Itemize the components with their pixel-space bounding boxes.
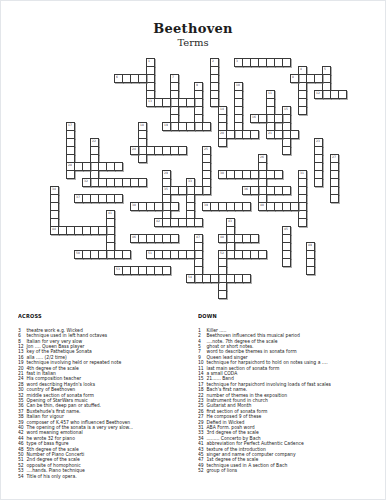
- grid-cell[interactable]: [138, 154, 147, 163]
- grid-cell[interactable]: [194, 186, 203, 195]
- grid-cell[interactable]: [274, 130, 283, 139]
- grid-cell[interactable]: [298, 106, 307, 115]
- grid-cell[interactable]: [114, 194, 123, 203]
- down-clue-text: texture of the introduction: [207, 446, 266, 451]
- down-clue-text: a small CODA: [207, 371, 238, 376]
- cell-number: 26: [260, 155, 264, 158]
- across-clue-text: technique involving held or repeated not…: [27, 360, 122, 365]
- cell-number: 43: [228, 219, 232, 222]
- across-clue-text: 2nd degree of the scale: [27, 457, 80, 462]
- grid-cell[interactable]: [154, 202, 163, 211]
- cell-number: 30: [220, 171, 224, 174]
- across-clue-text: key of the Pathetique Sonata: [27, 349, 92, 354]
- down-clue-text: ghost or short notes.: [207, 344, 254, 349]
- down-clue-text: last main section of sonata form: [207, 365, 280, 370]
- cell-number: 50: [76, 251, 80, 254]
- across-clue-text: Italian for very very slow: [27, 338, 83, 343]
- cell-number: 44: [52, 227, 56, 230]
- grid-cell[interactable]: [250, 234, 259, 243]
- cell-number: 22: [92, 139, 96, 142]
- grid-cell[interactable]: [226, 130, 235, 139]
- across-clue-text: fast in Italian: [27, 371, 56, 376]
- across-clue-text: type of bass figure: [27, 441, 69, 446]
- grid-cell[interactable]: [98, 250, 107, 259]
- cell-number: 1: [148, 59, 150, 62]
- grid-cell[interactable]: [202, 186, 211, 195]
- down-clue-text: 3rd degree of the scale: [207, 430, 259, 435]
- down-clue-number: 52: [198, 468, 207, 473]
- cell-number: 29: [164, 171, 168, 174]
- across-clue-text: Number of Piano Concerti: [27, 452, 85, 457]
- across-clue-text: ....hands. Piano technique: [27, 468, 85, 473]
- down-clue-text: Beethoven influenced this musical period: [207, 333, 300, 338]
- grid-cell[interactable]: [258, 114, 267, 123]
- grid-cell[interactable]: [170, 202, 179, 211]
- grid-cell[interactable]: [138, 74, 147, 83]
- grid-cell[interactable]: [114, 162, 123, 171]
- cell-number: 3: [236, 59, 238, 62]
- cell-number: 24: [132, 147, 136, 150]
- across-clue-text: alla ..... (2/2 time): [27, 354, 67, 359]
- down-clue-text: Queen lead singer: [207, 354, 248, 359]
- grid-cell[interactable]: [258, 250, 267, 259]
- grid-cell[interactable]: [162, 98, 171, 107]
- down-clue-text: 21...... Band: [207, 376, 234, 381]
- crossword-grid[interactable]: 1132345678910112112142015161728181922232…: [34, 58, 356, 300]
- down-clue-text: Bach's first name.: [207, 387, 248, 392]
- across-clue-text: word describing Haydn's looks: [27, 381, 96, 386]
- grid-cell[interactable]: [274, 114, 283, 123]
- cell-number: 6: [116, 75, 118, 78]
- grid-cell[interactable]: [186, 250, 195, 259]
- grid-cell[interactable]: [202, 122, 211, 131]
- cell-number: 49: [308, 243, 312, 246]
- page-subtitle: Terms: [1, 37, 385, 48]
- across-clue-text: 5th degree of the scale: [27, 446, 79, 451]
- down-clue-text: Killer .....: [207, 328, 227, 333]
- across-clue-text: country of Beethoven: [27, 387, 76, 392]
- cell-number: 11: [268, 91, 272, 94]
- cell-number: 25: [204, 147, 208, 150]
- across-clue-text: Jon .... Queen Bass player: [27, 344, 85, 349]
- across-clue-text: opposite of homophonic: [27, 462, 81, 467]
- grid-cell[interactable]: [186, 122, 195, 131]
- cell-number: 7: [172, 75, 174, 78]
- across-clue-text: The opening of the sonata is a very very…: [27, 425, 134, 430]
- grid-cell[interactable]: [338, 90, 347, 99]
- down-clue-text: Guitarist and Month: [207, 403, 252, 408]
- grid-cell[interactable]: [242, 274, 251, 283]
- grid-cell[interactable]: 24: [130, 146, 139, 155]
- cell-number: 51: [148, 251, 152, 254]
- grid-cell[interactable]: [282, 258, 291, 267]
- grid-cell[interactable]: [242, 202, 251, 211]
- cell-number: 35: [164, 187, 168, 190]
- across-clue-text: His composition teacher: [27, 376, 82, 381]
- down-clue-text: technique for harpsichord involving load…: [207, 381, 331, 386]
- across-clue-text: technique used in left hand octaves: [27, 333, 108, 338]
- down-clue-text: Defied in Wicked: [207, 419, 245, 424]
- grid-cell[interactable]: [290, 202, 299, 211]
- grid-cell[interactable]: 54: [186, 274, 195, 283]
- down-clue-text: word to describe themes in sonata form: [207, 349, 297, 354]
- down-clues-section: DOWN 1Killer .....2Beethoven influenced …: [198, 313, 386, 500]
- cell-number: 32: [84, 179, 88, 182]
- grid-cell[interactable]: 8: [290, 74, 299, 83]
- down-clue-text: abbreviation for Perfect Authentic Caden…: [207, 441, 304, 446]
- cell-number: 27: [332, 155, 336, 158]
- grid-cell[interactable]: [282, 146, 291, 155]
- cell-number: 38: [132, 203, 136, 206]
- grid-cell[interactable]: [314, 178, 323, 187]
- across-clue-text: Opening of StarWars music: [27, 398, 88, 403]
- cell-number: 17: [68, 123, 72, 126]
- across-clue-list: 3theatre work e.g. Wicked6technique used…: [18, 328, 196, 479]
- across-clue-text: middle section of sonata form: [27, 392, 94, 397]
- cell-number: 33: [188, 179, 192, 182]
- cell-number: 15: [284, 107, 288, 110]
- cell-number: 12: [316, 91, 320, 94]
- across-clue-text: Can be thin, deep pan or stuffed.: [27, 403, 102, 408]
- cell-number: 28: [68, 163, 72, 166]
- across-clue-text: he wrote 32 for piano: [27, 435, 75, 440]
- grid-cell[interactable]: [122, 250, 131, 259]
- cell-number: 9: [196, 83, 198, 86]
- grid-cell[interactable]: [170, 234, 179, 243]
- down-clue-text: number of themes in the exposition: [207, 392, 288, 397]
- grid-cell[interactable]: [218, 290, 227, 299]
- cell-number: 23: [316, 139, 320, 142]
- down-clue-text: first section of sonata form: [207, 408, 268, 413]
- grid-cell[interactable]: [162, 266, 171, 275]
- cell-number: 14: [220, 107, 224, 110]
- worksheet-page: Beethoven Terms 113234567891011211214201…: [0, 0, 386, 500]
- across-clue-text: composer of K.457 who influenced Beethov…: [27, 419, 131, 424]
- grid-cell[interactable]: [178, 146, 187, 155]
- cell-number: 18: [140, 123, 144, 126]
- down-clue: 52group of lions: [198, 468, 376, 473]
- grid-cell[interactable]: 12: [314, 90, 323, 99]
- grid-cell[interactable]: [330, 194, 339, 203]
- grid-cell[interactable]: [186, 98, 195, 107]
- cell-number: 52: [220, 251, 224, 254]
- cell-number: 45: [284, 227, 288, 230]
- across-clue-text: Title of his only opera.: [27, 473, 77, 478]
- grid-cell[interactable]: 32: [82, 178, 91, 187]
- down-clue-list: 1Killer .....2Beethoven influenced this …: [198, 328, 376, 474]
- cell-number: 40: [260, 203, 264, 206]
- down-clue-text: group of lions: [207, 468, 238, 473]
- across-clue-number: 54: [18, 473, 27, 478]
- cell-number: 36: [244, 187, 248, 190]
- across-header: ACROSS: [18, 313, 196, 319]
- across-clue-text: theatre work e.g. Wicked: [27, 328, 83, 333]
- grid-cell[interactable]: [98, 226, 107, 235]
- down-clue-text: 1st degree of the scale: [207, 457, 259, 462]
- cell-number: 4: [300, 67, 302, 70]
- grid-cell[interactable]: [250, 170, 259, 179]
- cell-number: 31: [300, 171, 304, 174]
- grid-cell[interactable]: [290, 130, 299, 139]
- grid-cell[interactable]: [314, 74, 323, 83]
- down-header: DOWN: [198, 313, 376, 319]
- grid-cell[interactable]: [274, 170, 283, 179]
- across-clue-text: Buxtehude's first name.: [27, 408, 81, 413]
- cell-number: 19: [164, 123, 168, 126]
- down-clue-text: technique for harpsichord to hold on not…: [207, 360, 328, 365]
- across-clue-text: Italian for vigour: [27, 414, 64, 419]
- grid-cell[interactable]: [194, 218, 203, 227]
- grid-cell[interactable]: [250, 186, 259, 195]
- cell-number: 8: [292, 75, 294, 78]
- cell-number: 10: [236, 83, 240, 86]
- grid-cell[interactable]: [138, 178, 147, 187]
- down-clue-text: singer and name of computer company: [207, 452, 296, 457]
- grid-cell[interactable]: [82, 162, 91, 171]
- page-title: Beethoven: [1, 21, 385, 36]
- cell-number: 42: [156, 219, 160, 222]
- cell-number: 41: [108, 211, 112, 214]
- cell-number: 16: [252, 115, 256, 118]
- grid-cell[interactable]: [282, 58, 291, 67]
- down-clue-text: He composed 9 of these: [207, 414, 262, 419]
- grid-cell[interactable]: 48: [218, 234, 227, 243]
- cell-number: 34: [52, 187, 56, 190]
- down-clue-text: ......... Concerto by Bach: [207, 435, 261, 440]
- grid-cell[interactable]: [250, 130, 259, 139]
- across-clue: 54Title of his only opera.: [18, 473, 196, 478]
- grid-cell[interactable]: 19: [162, 122, 171, 131]
- grid-cell[interactable]: [178, 186, 187, 195]
- grid-cell[interactable]: [66, 170, 75, 179]
- cell-number: 53: [116, 267, 120, 270]
- grid-cell[interactable]: [218, 138, 227, 147]
- cell-number: 20: [220, 131, 224, 134]
- grid-cell[interactable]: [298, 218, 307, 227]
- down-clue-text: ....note. 7th degree of the scale: [207, 338, 278, 343]
- cell-number: 21: [268, 131, 272, 134]
- grid-cell[interactable]: [306, 266, 315, 275]
- cell-number: 2: [212, 59, 214, 62]
- cell-number: 13: [148, 99, 152, 102]
- cell-number: 54: [188, 275, 192, 278]
- cell-number: 48: [220, 235, 224, 238]
- cell-number: 5: [324, 67, 326, 70]
- down-clue-text: technique used in A section of Bach: [207, 462, 288, 467]
- cell-number: 47: [196, 235, 200, 238]
- title-block: Beethoven Terms: [1, 21, 385, 48]
- grid-cell[interactable]: [282, 186, 291, 195]
- cell-number: 39: [204, 203, 208, 206]
- grid-cell[interactable]: [210, 274, 219, 283]
- down-clue-text: Instrument found in church: [207, 398, 268, 403]
- cell-number: 37: [76, 195, 80, 198]
- across-clue-text: 4th degree of the scale: [27, 365, 79, 370]
- cell-number: 46: [132, 235, 136, 238]
- across-clue-text: word meaning emotional: [27, 430, 83, 435]
- down-clue-text: ABA Form. posh word: [207, 425, 255, 430]
